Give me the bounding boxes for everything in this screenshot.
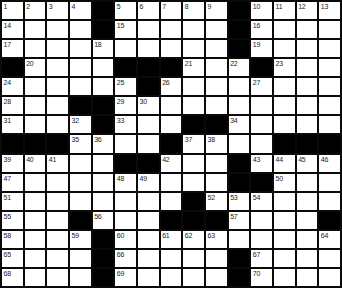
- cell-r15c15[interactable]: [319, 269, 340, 286]
- cell-r8c7[interactable]: [138, 135, 159, 152]
- cell-r11c1[interactable]: 51: [2, 193, 23, 210]
- cell-r2c12[interactable]: 16: [251, 21, 272, 38]
- cell-r7c3[interactable]: [47, 116, 68, 133]
- clue-number-54: 54: [253, 193, 260, 202]
- cell-r13c15[interactable]: 64: [319, 231, 340, 248]
- cell-r14c8[interactable]: [161, 250, 182, 267]
- cell-r15c10[interactable]: [206, 269, 227, 286]
- clue-number-44: 44: [275, 155, 282, 164]
- clue-number-56: 56: [94, 212, 101, 221]
- cell-r6c15[interactable]: [319, 97, 340, 114]
- clue-number-67: 67: [253, 250, 260, 259]
- cell-r3c9[interactable]: [183, 40, 204, 57]
- clue-number-24: 24: [4, 78, 11, 87]
- cell-r6c10[interactable]: [206, 97, 227, 114]
- cell-r7c14[interactable]: [297, 116, 318, 133]
- clue-number-58: 58: [4, 231, 11, 240]
- cell-r5c13[interactable]: [274, 78, 295, 95]
- clue-number-17: 17: [4, 40, 11, 49]
- cell-r14c14[interactable]: [297, 250, 318, 267]
- cell-r10c13[interactable]: 50: [274, 174, 295, 191]
- cell-r5c12[interactable]: 27: [251, 78, 272, 95]
- block-r9c6: [115, 155, 136, 172]
- clue-number-30: 30: [139, 97, 146, 106]
- cell-r8c5[interactable]: 36: [93, 135, 114, 152]
- cell-r1c6[interactable]: 5: [115, 2, 136, 19]
- cell-r9c9[interactable]: [183, 155, 204, 172]
- clue-number-43: 43: [253, 155, 260, 164]
- cell-r11c14[interactable]: [297, 193, 318, 210]
- cell-r13c4[interactable]: 59: [70, 231, 91, 248]
- block-r12c15: [319, 212, 340, 229]
- cell-r11c12[interactable]: 54: [251, 193, 272, 210]
- cell-r9c12[interactable]: 43: [251, 155, 272, 172]
- cell-r5c9[interactable]: [183, 78, 204, 95]
- cell-r13c9[interactable]: 62: [183, 231, 204, 248]
- cell-r1c7[interactable]: 6: [138, 2, 159, 19]
- block-r1c11: [229, 2, 250, 19]
- block-r9c11: [229, 155, 250, 172]
- clue-number-34: 34: [230, 116, 237, 125]
- clue-number-49: 49: [139, 174, 146, 183]
- clue-number-42: 42: [162, 155, 169, 164]
- clue-number-36: 36: [94, 135, 101, 144]
- cell-r6c3[interactable]: [47, 97, 68, 114]
- cell-r6c1[interactable]: 28: [2, 97, 23, 114]
- block-r12c4: [70, 212, 91, 229]
- block-r10c11: [229, 174, 250, 191]
- clue-number-8: 8: [185, 2, 189, 11]
- cell-r4c10[interactable]: [206, 59, 227, 76]
- block-r6c4: [70, 97, 91, 114]
- cell-r14c2[interactable]: [25, 250, 46, 267]
- cell-r3c3[interactable]: [47, 40, 68, 57]
- cell-r6c14[interactable]: [297, 97, 318, 114]
- cell-r3c8[interactable]: [161, 40, 182, 57]
- clue-number-4: 4: [71, 2, 75, 11]
- clue-number-26: 26: [162, 78, 169, 87]
- cell-r14c6[interactable]: 66: [115, 250, 136, 267]
- clue-number-63: 63: [207, 231, 214, 240]
- clue-number-48: 48: [117, 174, 124, 183]
- cell-r1c9[interactable]: 8: [183, 2, 204, 19]
- cell-r7c11[interactable]: 34: [229, 116, 250, 133]
- clue-number-6: 6: [139, 2, 143, 11]
- cell-r15c2[interactable]: [25, 269, 46, 286]
- clue-number-21: 21: [185, 59, 192, 68]
- cell-r5c15[interactable]: [319, 78, 340, 95]
- cell-r11c6[interactable]: [115, 193, 136, 210]
- cell-r4c11[interactable]: 22: [229, 59, 250, 76]
- cell-r12c2[interactable]: [25, 212, 46, 229]
- cell-r14c3[interactable]: [47, 250, 68, 267]
- clue-number-1: 1: [4, 2, 8, 11]
- cell-r2c1[interactable]: 14: [2, 21, 23, 38]
- cell-r13c3[interactable]: [47, 231, 68, 248]
- cell-r2c8[interactable]: [161, 21, 182, 38]
- cell-r4c3[interactable]: [47, 59, 68, 76]
- cell-r7c6[interactable]: 33: [115, 116, 136, 133]
- cell-r1c4[interactable]: 4: [70, 2, 91, 19]
- cell-r10c3[interactable]: [47, 174, 68, 191]
- clue-number-66: 66: [117, 250, 124, 259]
- clue-number-23: 23: [275, 59, 282, 68]
- clue-number-12: 12: [298, 2, 305, 11]
- cell-r9c5[interactable]: [93, 155, 114, 172]
- cell-r3c1[interactable]: 17: [2, 40, 23, 57]
- cell-r14c9[interactable]: [183, 250, 204, 267]
- block-r3c11: [229, 40, 250, 57]
- block-r7c9: [183, 116, 204, 133]
- cell-r11c10[interactable]: 52: [206, 193, 227, 210]
- cell-r10c1[interactable]: 47: [2, 174, 23, 191]
- clue-number-57: 57: [230, 212, 237, 221]
- block-r4c12: [251, 59, 272, 76]
- block-r10c12: [251, 174, 272, 191]
- block-r8c1: [2, 135, 23, 152]
- clue-number-2: 2: [26, 2, 30, 11]
- cell-r2c6[interactable]: 15: [115, 21, 136, 38]
- cell-r15c4[interactable]: [70, 269, 91, 286]
- cell-r4c13[interactable]: 23: [274, 59, 295, 76]
- cell-r9c1[interactable]: 39: [2, 155, 23, 172]
- cell-r14c1[interactable]: 65: [2, 250, 23, 267]
- block-r8c13: [274, 135, 295, 152]
- cell-r10c10[interactable]: [206, 174, 227, 191]
- block-r4c6: [115, 59, 136, 76]
- cell-r15c12[interactable]: 70: [251, 269, 272, 286]
- cell-r10c2[interactable]: [25, 174, 46, 191]
- block-r4c1: [2, 59, 23, 76]
- cell-r2c10[interactable]: [206, 21, 227, 38]
- clue-number-22: 22: [230, 59, 237, 68]
- cell-r10c14[interactable]: [297, 174, 318, 191]
- clue-number-60: 60: [117, 231, 124, 240]
- cell-r4c15[interactable]: [319, 59, 340, 76]
- clue-number-18: 18: [94, 40, 101, 49]
- cell-r10c9[interactable]: [183, 174, 204, 191]
- block-r14c5: [93, 250, 114, 267]
- cell-r9c3[interactable]: 41: [47, 155, 68, 172]
- cell-r6c13[interactable]: [274, 97, 295, 114]
- cell-r2c13[interactable]: [274, 21, 295, 38]
- cell-r10c4[interactable]: [70, 174, 91, 191]
- cell-r9c15[interactable]: 46: [319, 155, 340, 172]
- clue-number-37: 37: [185, 135, 192, 144]
- cell-r6c11[interactable]: [229, 97, 250, 114]
- cell-r11c4[interactable]: [70, 193, 91, 210]
- cell-r3c2[interactable]: [25, 40, 46, 57]
- cell-r1c13[interactable]: 11: [274, 2, 295, 19]
- cell-r11c8[interactable]: [161, 193, 182, 210]
- cell-r1c8[interactable]: 7: [161, 2, 182, 19]
- cell-r12c7[interactable]: [138, 212, 159, 229]
- crossword-grid: 1234567891011121314151617181920212223242…: [0, 0, 342, 288]
- cell-r3c6[interactable]: [115, 40, 136, 57]
- cell-r1c1[interactable]: 1: [2, 2, 23, 19]
- block-r11c9: [183, 193, 204, 210]
- clue-number-27: 27: [253, 78, 260, 87]
- cell-r15c3[interactable]: [47, 269, 68, 286]
- clue-number-25: 25: [117, 78, 124, 87]
- block-r1c5: [93, 2, 114, 19]
- cell-r13c12[interactable]: [251, 231, 272, 248]
- clue-number-47: 47: [4, 174, 11, 183]
- clue-number-3: 3: [49, 2, 53, 11]
- cell-r8c9[interactable]: 37: [183, 135, 204, 152]
- cell-r10c5[interactable]: [93, 174, 114, 191]
- clue-number-7: 7: [162, 2, 166, 11]
- clue-number-32: 32: [71, 116, 78, 125]
- cell-r1c10[interactable]: 9: [206, 2, 227, 19]
- cell-r9c8[interactable]: 42: [161, 155, 182, 172]
- clue-number-31: 31: [4, 116, 11, 125]
- clue-number-20: 20: [26, 59, 33, 68]
- cell-r3c13[interactable]: [274, 40, 295, 57]
- cell-r1c14[interactable]: 12: [297, 2, 318, 19]
- block-r8c14: [297, 135, 318, 152]
- clue-number-50: 50: [275, 174, 282, 183]
- clue-number-45: 45: [298, 155, 305, 164]
- cell-r7c13[interactable]: [274, 116, 295, 133]
- clue-number-19: 19: [253, 40, 260, 49]
- cell-r6c8[interactable]: [161, 97, 182, 114]
- clue-number-5: 5: [117, 2, 121, 11]
- cell-r9c2[interactable]: 40: [25, 155, 46, 172]
- cell-r13c1[interactable]: 58: [2, 231, 23, 248]
- cell-r6c9[interactable]: [183, 97, 204, 114]
- cell-r15c6[interactable]: 69: [115, 269, 136, 286]
- cell-r12c5[interactable]: 56: [93, 212, 114, 229]
- cell-r13c11[interactable]: [229, 231, 250, 248]
- cell-r12c13[interactable]: [274, 212, 295, 229]
- cell-r5c5[interactable]: [93, 78, 114, 95]
- cell-r3c4[interactable]: [70, 40, 91, 57]
- cell-r13c13[interactable]: [274, 231, 295, 248]
- cell-r6c7[interactable]: 30: [138, 97, 159, 114]
- cell-r4c5[interactable]: [93, 59, 114, 76]
- block-r12c9: [183, 212, 204, 229]
- cell-r15c7[interactable]: [138, 269, 159, 286]
- cell-r11c3[interactable]: [47, 193, 68, 210]
- cell-r4c14[interactable]: [297, 59, 318, 76]
- block-r2c5: [93, 21, 114, 38]
- block-r9c7: [138, 155, 159, 172]
- clue-number-9: 9: [207, 2, 211, 11]
- cell-r13c10[interactable]: 63: [206, 231, 227, 248]
- cell-r5c1[interactable]: 24: [2, 78, 23, 95]
- cell-r3c14[interactable]: [297, 40, 318, 57]
- clue-number-35: 35: [71, 135, 78, 144]
- clue-number-53: 53: [230, 193, 237, 202]
- clue-number-10: 10: [253, 2, 260, 11]
- block-r7c10: [206, 116, 227, 133]
- cell-r7c7[interactable]: [138, 116, 159, 133]
- cell-r2c7[interactable]: [138, 21, 159, 38]
- cell-r9c14[interactable]: 45: [297, 155, 318, 172]
- cell-r6c6[interactable]: 29: [115, 97, 136, 114]
- cell-r14c4[interactable]: [70, 250, 91, 267]
- cell-r13c7[interactable]: [138, 231, 159, 248]
- cell-r14c7[interactable]: [138, 250, 159, 267]
- cell-r5c14[interactable]: [297, 78, 318, 95]
- clue-number-39: 39: [4, 155, 11, 164]
- block-r14c11: [229, 250, 250, 267]
- cell-r12c11[interactable]: 57: [229, 212, 250, 229]
- cell-r3c10[interactable]: [206, 40, 227, 57]
- clue-number-40: 40: [26, 155, 33, 164]
- cell-r5c4[interactable]: [70, 78, 91, 95]
- cell-r13c2[interactable]: [25, 231, 46, 248]
- block-r6c5: [93, 97, 114, 114]
- cell-r5c11[interactable]: [229, 78, 250, 95]
- cell-r4c2[interactable]: 20: [25, 59, 46, 76]
- cell-r8c12[interactable]: [251, 135, 272, 152]
- cell-r7c12[interactable]: [251, 116, 272, 133]
- block-r8c8: [161, 135, 182, 152]
- cell-r2c9[interactable]: [183, 21, 204, 38]
- cell-r8c4[interactable]: 35: [70, 135, 91, 152]
- cell-r3c5[interactable]: 18: [93, 40, 114, 57]
- clue-number-33: 33: [117, 116, 124, 125]
- block-r12c10: [206, 212, 227, 229]
- cell-r8c10[interactable]: 38: [206, 135, 227, 152]
- cell-r14c12[interactable]: 67: [251, 250, 272, 267]
- cell-r12c3[interactable]: [47, 212, 68, 229]
- block-r5c7: [138, 78, 159, 95]
- clue-number-46: 46: [321, 155, 328, 164]
- cell-r5c10[interactable]: [206, 78, 227, 95]
- cell-r14c10[interactable]: [206, 250, 227, 267]
- block-r8c2: [25, 135, 46, 152]
- block-r8c15: [319, 135, 340, 152]
- cell-r15c13[interactable]: [274, 269, 295, 286]
- cell-r15c9[interactable]: [183, 269, 204, 286]
- block-r4c8: [161, 59, 182, 76]
- cell-r9c4[interactable]: [70, 155, 91, 172]
- clue-number-51: 51: [4, 193, 11, 202]
- cell-r14c15[interactable]: [319, 250, 340, 267]
- clue-number-61: 61: [162, 231, 169, 240]
- cell-r11c13[interactable]: [274, 193, 295, 210]
- cell-r11c5[interactable]: [93, 193, 114, 210]
- clue-number-29: 29: [117, 97, 124, 106]
- cell-r8c11[interactable]: [229, 135, 250, 152]
- cell-r11c7[interactable]: [138, 193, 159, 210]
- clue-number-55: 55: [4, 212, 11, 221]
- clue-number-13: 13: [321, 2, 328, 11]
- cell-r15c8[interactable]: [161, 269, 182, 286]
- cell-r11c2[interactable]: [25, 193, 46, 210]
- block-r7c5: [93, 116, 114, 133]
- cell-r5c8[interactable]: 26: [161, 78, 182, 95]
- cell-r1c12[interactable]: 10: [251, 2, 272, 19]
- cell-r2c14[interactable]: [297, 21, 318, 38]
- clue-number-59: 59: [71, 231, 78, 240]
- cell-r7c1[interactable]: 31: [2, 116, 23, 133]
- cell-r11c15[interactable]: [319, 193, 340, 210]
- cell-r2c15[interactable]: [319, 21, 340, 38]
- cell-r12c1[interactable]: 55: [2, 212, 23, 229]
- clue-number-68: 68: [4, 269, 11, 278]
- cell-r13c6[interactable]: 60: [115, 231, 136, 248]
- clue-number-62: 62: [185, 231, 192, 240]
- clue-number-16: 16: [253, 21, 260, 30]
- clue-number-70: 70: [253, 269, 260, 278]
- cell-r1c2[interactable]: 2: [25, 2, 46, 19]
- cell-r9c10[interactable]: [206, 155, 227, 172]
- block-r15c5: [93, 269, 114, 286]
- cell-r8c6[interactable]: [115, 135, 136, 152]
- cell-r2c4[interactable]: [70, 21, 91, 38]
- clue-number-65: 65: [4, 250, 11, 259]
- block-r4c7: [138, 59, 159, 76]
- cell-r13c14[interactable]: [297, 231, 318, 248]
- cell-r12c12[interactable]: [251, 212, 272, 229]
- block-r12c8: [161, 212, 182, 229]
- cell-r7c2[interactable]: [25, 116, 46, 133]
- cell-r10c15[interactable]: [319, 174, 340, 191]
- block-r8c3: [47, 135, 68, 152]
- cell-r5c3[interactable]: [47, 78, 68, 95]
- cell-r2c2[interactable]: [25, 21, 46, 38]
- cell-r3c7[interactable]: [138, 40, 159, 57]
- block-r15c11: [229, 269, 250, 286]
- block-r13c5: [93, 231, 114, 248]
- clue-number-14: 14: [4, 21, 11, 30]
- cell-r10c8[interactable]: [161, 174, 182, 191]
- cell-r3c12[interactable]: 19: [251, 40, 272, 57]
- cell-r1c15[interactable]: 13: [319, 2, 340, 19]
- cell-r7c15[interactable]: [319, 116, 340, 133]
- clue-number-11: 11: [275, 2, 282, 11]
- clue-number-28: 28: [4, 97, 11, 106]
- clue-number-15: 15: [117, 21, 124, 30]
- cell-r10c7[interactable]: 49: [138, 174, 159, 191]
- cell-r15c1[interactable]: 68: [2, 269, 23, 286]
- cell-r1c3[interactable]: 3: [47, 2, 68, 19]
- cell-r7c8[interactable]: [161, 116, 182, 133]
- block-r2c11: [229, 21, 250, 38]
- clue-number-41: 41: [49, 155, 56, 164]
- cell-r15c14[interactable]: [297, 269, 318, 286]
- cell-r9c13[interactable]: 44: [274, 155, 295, 172]
- cell-r4c9[interactable]: 21: [183, 59, 204, 76]
- cell-r12c6[interactable]: [115, 212, 136, 229]
- cell-r5c6[interactable]: 25: [115, 78, 136, 95]
- cell-r2c3[interactable]: [47, 21, 68, 38]
- cell-r14c13[interactable]: [274, 250, 295, 267]
- clue-number-69: 69: [117, 269, 124, 278]
- cell-r4c4[interactable]: [70, 59, 91, 76]
- cell-r13c8[interactable]: 61: [161, 231, 182, 248]
- cell-r12c14[interactable]: [297, 212, 318, 229]
- cell-r3c15[interactable]: [319, 40, 340, 57]
- cell-r6c12[interactable]: [251, 97, 272, 114]
- cell-r7c4[interactable]: 32: [70, 116, 91, 133]
- clue-number-52: 52: [207, 193, 214, 202]
- clue-number-64: 64: [321, 231, 328, 240]
- cell-r5c2[interactable]: [25, 78, 46, 95]
- cell-r11c11[interactable]: 53: [229, 193, 250, 210]
- cell-r6c2[interactable]: [25, 97, 46, 114]
- clue-number-38: 38: [207, 135, 214, 144]
- cell-r10c6[interactable]: 48: [115, 174, 136, 191]
